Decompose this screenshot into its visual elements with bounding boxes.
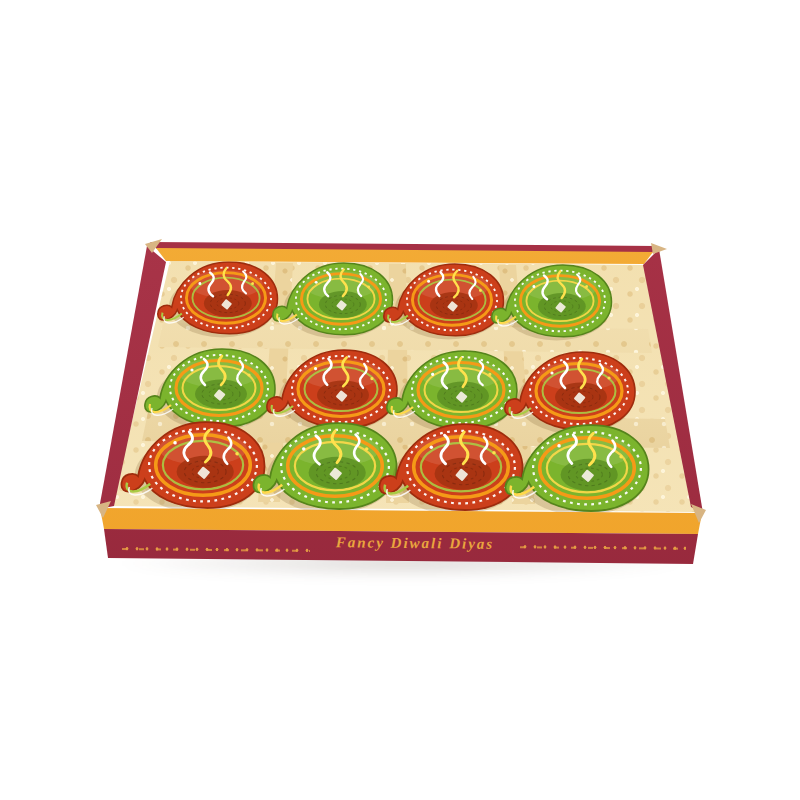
diya-row3-col3-red xyxy=(379,424,522,514)
diya-row3-col4-green xyxy=(505,425,648,515)
diya-row3-col1-red xyxy=(121,422,264,512)
diya-row1-col1-red xyxy=(158,262,278,337)
diya-row3-col2-green xyxy=(253,423,396,513)
diya-row1-col3-red xyxy=(384,264,504,339)
diya-row1-col4-green xyxy=(492,265,612,340)
diya-row2-col1-green xyxy=(145,349,275,431)
diya-row1-col2-green xyxy=(273,263,393,338)
diya-row2-col4-red xyxy=(505,352,635,434)
product-photo: Fancy Diwali Diyas xyxy=(0,0,800,800)
diya-row2-col3-green xyxy=(387,351,517,433)
diya-row2-col2-red xyxy=(267,350,397,432)
box-label: Fancy Diwali Diyas xyxy=(312,534,518,553)
